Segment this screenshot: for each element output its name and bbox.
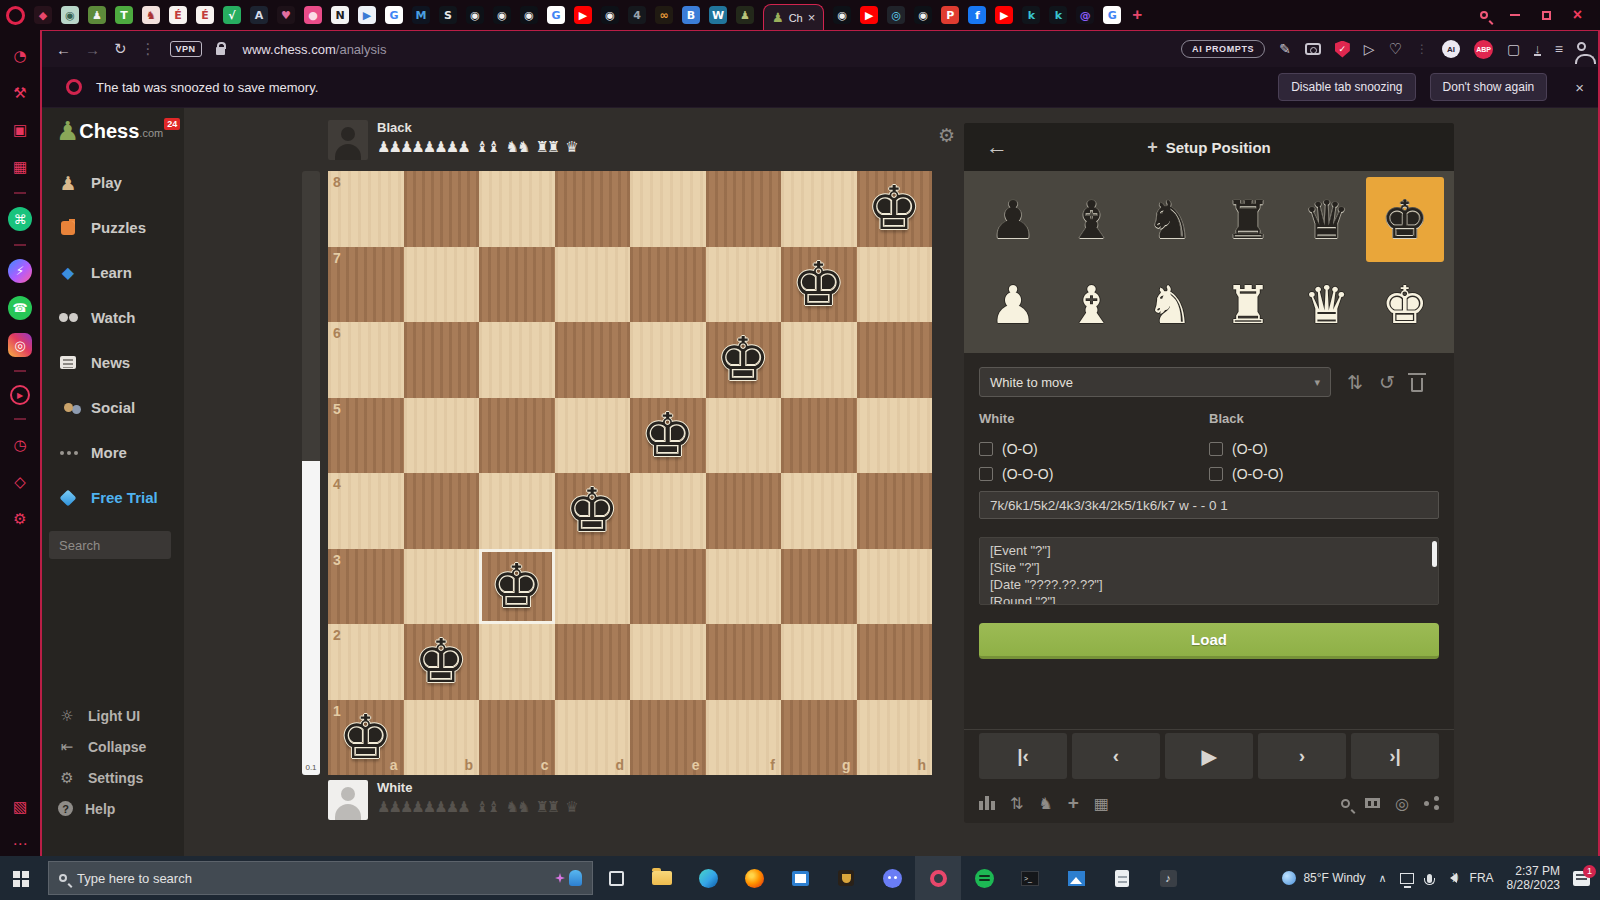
tab-favicon-youtube-1[interactable]: ▶ bbox=[574, 6, 592, 24]
taskbar-search-placeholder: Type here to search bbox=[77, 871, 192, 886]
square-e6[interactable] bbox=[630, 322, 706, 398]
cleaner-icon[interactable] bbox=[8, 81, 32, 105]
window-close-button[interactable]: × bbox=[1573, 6, 1582, 24]
square-f2[interactable] bbox=[706, 624, 782, 700]
pieces-icon[interactable] bbox=[1038, 794, 1052, 813]
taskview-icon bbox=[609, 871, 624, 886]
send-icon[interactable]: ▷ bbox=[1364, 41, 1375, 57]
sidebar-item-news[interactable]: News bbox=[42, 340, 184, 385]
square-a3[interactable]: 3 bbox=[328, 549, 404, 625]
captured-pieces-group: ♜♜ bbox=[535, 798, 558, 816]
square-e1[interactable]: e bbox=[630, 700, 706, 776]
tab-favicon-google-3[interactable]: G bbox=[1103, 6, 1121, 24]
sparkle-icon bbox=[555, 873, 565, 883]
reset-position-icon[interactable]: ↺ bbox=[1379, 371, 1395, 393]
speaker-icon[interactable] bbox=[1445, 873, 1457, 883]
square-h2[interactable] bbox=[857, 624, 933, 700]
sidebar-item-more[interactable]: More bbox=[42, 430, 184, 475]
square-b5[interactable] bbox=[404, 398, 480, 474]
square-d7[interactable] bbox=[555, 247, 631, 323]
pgn-scrollbar-thumb[interactable] bbox=[1432, 541, 1437, 567]
tab-favicon-gamepad[interactable]: ◆ bbox=[34, 6, 52, 24]
forward-icon[interactable]: → bbox=[85, 41, 100, 58]
sidebar-item-play[interactable]: Play bbox=[42, 160, 184, 205]
sidebar-search-input[interactable]: Search bbox=[49, 531, 171, 559]
black-king[interactable]: ♚ bbox=[479, 549, 555, 625]
snapshot-icon[interactable] bbox=[1305, 43, 1321, 55]
share-icon[interactable] bbox=[1424, 796, 1439, 810]
bookmark-heart-icon[interactable]: ♡ bbox=[1389, 40, 1402, 58]
first-move-button[interactable]: |‹ bbox=[979, 733, 1067, 779]
white-player-name: White bbox=[377, 780, 577, 796]
zoom-icon[interactable] bbox=[1341, 799, 1350, 808]
taskbar-app-folder[interactable] bbox=[639, 856, 685, 900]
square-h3[interactable] bbox=[857, 549, 933, 625]
window-minimize-button[interactable] bbox=[1510, 14, 1520, 16]
gear-icon[interactable] bbox=[8, 507, 32, 531]
start-button[interactable] bbox=[0, 856, 48, 900]
pinboard-icon[interactable]: ✎ bbox=[1279, 41, 1291, 57]
toolbar-dots-icon[interactable]: ⋮ bbox=[141, 40, 156, 58]
sidebar-item-freetrial[interactable]: Free Trial bbox=[42, 475, 184, 520]
twitch-icon[interactable] bbox=[8, 118, 32, 142]
back-icon[interactable]: ← bbox=[56, 41, 71, 58]
notification-text: The tab was snoozed to save memory. bbox=[96, 80, 318, 95]
square-c5[interactable] bbox=[479, 398, 555, 474]
help-icon bbox=[58, 801, 73, 816]
box-icon[interactable] bbox=[8, 470, 32, 494]
tab-favicon-github-5[interactable]: ◉ bbox=[833, 6, 851, 24]
black-king[interactable]: ♚ bbox=[555, 473, 631, 549]
black-king[interactable]: ♚ bbox=[404, 624, 480, 700]
black-castling-column: Black (O-O)(O-O-O) bbox=[1209, 411, 1439, 486]
clock-icon[interactable] bbox=[8, 433, 32, 457]
browser-tab-strip: ◆◉♟T♞ÉÉ√A♥●N▶GMS◉◉◉G▶◉4∞BW♟ ♟ Ch × ◉▶◎◉P… bbox=[0, 0, 1600, 30]
store-icon bbox=[792, 871, 809, 886]
clock-date: 8/28/2023 bbox=[1507, 878, 1560, 892]
square-d1[interactable]: d bbox=[555, 700, 631, 776]
square-d6[interactable] bbox=[555, 322, 631, 398]
pgn-textarea[interactable]: [Event "?"] [Site "?"] [Date "????.??.??… bbox=[979, 537, 1439, 605]
logo-badge: 24 bbox=[164, 118, 180, 130]
clear-board-trash-icon[interactable] bbox=[1411, 378, 1423, 392]
panel-title-wrap: +Setup Position bbox=[964, 137, 1454, 158]
sidebar-item-label: Social bbox=[91, 399, 135, 416]
square-c8[interactable] bbox=[479, 171, 555, 247]
tab-favicon-github-3[interactable]: ◉ bbox=[520, 6, 538, 24]
tab-favicon-notion[interactable]: N bbox=[331, 6, 349, 24]
tab-favicon-a-paren[interactable]: A bbox=[250, 6, 268, 24]
boards-icon[interactable] bbox=[1094, 794, 1109, 813]
network-icon[interactable] bbox=[1400, 873, 1414, 884]
black-castle-checkbox-1[interactable] bbox=[1209, 467, 1223, 481]
square-b3[interactable] bbox=[404, 549, 480, 625]
square-e2[interactable] bbox=[630, 624, 706, 700]
target-icon[interactable] bbox=[1395, 794, 1409, 813]
microphone-icon[interactable] bbox=[1427, 874, 1432, 883]
castle-option-label: (O-O-O) bbox=[1002, 466, 1053, 482]
sidebar-footer-help[interactable]: Help bbox=[42, 793, 184, 824]
black-castle-checkbox-0[interactable] bbox=[1209, 442, 1223, 456]
black-king[interactable]: ♚ bbox=[781, 247, 857, 323]
active-tab-label: Ch bbox=[789, 12, 803, 24]
play-icon bbox=[57, 172, 79, 194]
white-castle-checkbox-0[interactable] bbox=[979, 442, 993, 456]
tab-favicon-wordpress[interactable]: W bbox=[709, 6, 727, 24]
square-g4[interactable] bbox=[781, 473, 857, 549]
square-d3[interactable] bbox=[555, 549, 631, 625]
analysis-icon[interactable] bbox=[979, 796, 995, 810]
white-player-avatar[interactable] bbox=[328, 780, 368, 820]
chatgpt-icon[interactable] bbox=[8, 207, 32, 231]
settings-sliders-icon[interactable]: ≡ bbox=[1555, 41, 1563, 57]
tab-favicon-patreon[interactable]: P bbox=[941, 6, 959, 24]
tab-favicon-trello[interactable]: T bbox=[115, 6, 133, 24]
notification-center-icon[interactable]: 1 bbox=[1573, 871, 1590, 886]
tab-favicon-github-4[interactable]: ◉ bbox=[601, 6, 619, 24]
taskbar-app-terminal[interactable] bbox=[1007, 856, 1053, 900]
new-tab-button[interactable]: + bbox=[1132, 5, 1142, 25]
tab-favicon-github-2[interactable]: ◉ bbox=[493, 6, 511, 24]
tab-favicon-b-blue[interactable]: B bbox=[682, 6, 700, 24]
tab-favicon-github-1[interactable]: ◉ bbox=[466, 6, 484, 24]
toolbar-right-icons: AI PROMPTS ✎ ✓ ▷ ♡ ⋮ AI ABP ▢ ↓ ≡ bbox=[1181, 40, 1586, 59]
taskbar-app-spotify[interactable] bbox=[961, 856, 1007, 900]
sidebar-item-label: Puzzles bbox=[91, 219, 146, 236]
palette-white-rook[interactable]: ♜ bbox=[1209, 262, 1287, 347]
speedometer-icon[interactable] bbox=[8, 44, 32, 68]
square-f7[interactable] bbox=[706, 247, 782, 323]
sidebar-footer-lightui[interactable]: Light UI bbox=[42, 700, 184, 731]
browser-viewport: ← → ↻ ⋮ VPN www.chess.com/analysis AI PR… bbox=[40, 30, 1600, 856]
profile-icon[interactable] bbox=[1577, 42, 1586, 51]
sidebar-item-watch[interactable]: Watch bbox=[42, 295, 184, 340]
captured-pieces-group: ♝♝ bbox=[476, 138, 499, 156]
sidebar-item-label: Free Trial bbox=[91, 489, 158, 506]
square-g1[interactable]: g bbox=[781, 700, 857, 776]
taskbar-app-firefox[interactable] bbox=[731, 856, 777, 900]
taskbar-app-music[interactable] bbox=[1145, 856, 1191, 900]
square-h5[interactable] bbox=[857, 398, 933, 474]
palette-white-bishop[interactable]: ♝ bbox=[1052, 262, 1130, 347]
plus-icon: + bbox=[1147, 137, 1158, 157]
square-c1[interactable]: c bbox=[479, 700, 555, 776]
white-castling-label: White bbox=[979, 411, 1209, 426]
square-e8[interactable] bbox=[630, 171, 706, 247]
aria-ai-icon[interactable]: AI bbox=[1442, 40, 1460, 58]
square-d4[interactable]: ♚ bbox=[555, 473, 631, 549]
black-castle-option-0: (O-O) bbox=[1209, 436, 1439, 461]
taskbar-app-taskview[interactable] bbox=[593, 856, 639, 900]
square-a6[interactable]: 6 bbox=[328, 322, 404, 398]
square-h4[interactable] bbox=[857, 473, 933, 549]
taskbar-app-lamp[interactable] bbox=[823, 856, 869, 900]
instagram-icon[interactable] bbox=[8, 333, 32, 357]
gx-corner-icon[interactable] bbox=[8, 155, 32, 179]
panel-icons-right bbox=[1341, 794, 1439, 813]
taskbar-app-opera[interactable] bbox=[915, 856, 961, 900]
file-label-e: e bbox=[692, 757, 700, 773]
square-b4[interactable] bbox=[404, 473, 480, 549]
opera-gx-sidebar bbox=[0, 30, 40, 856]
sidebar-footer-settings[interactable]: Settings bbox=[42, 762, 184, 793]
flip-icon[interactable] bbox=[1010, 794, 1023, 813]
rank-label-8: 8 bbox=[333, 174, 341, 190]
player-icon[interactable] bbox=[10, 385, 30, 405]
square-f5[interactable] bbox=[706, 398, 782, 474]
windows-taskbar: Type here to search 85°F Windy ∧ FRA 2:3… bbox=[0, 856, 1600, 900]
terminal-icon bbox=[1021, 871, 1039, 886]
square-b6[interactable] bbox=[404, 322, 480, 398]
rail-separator bbox=[14, 370, 26, 372]
tab-favicon-youtube-2[interactable]: ▶ bbox=[860, 6, 878, 24]
tab-close-icon[interactable]: × bbox=[808, 10, 816, 25]
panel-icons-left bbox=[979, 792, 1109, 814]
tab-favicon-flower-pink[interactable]: ♥ bbox=[277, 6, 295, 24]
wallpaper-icon[interactable] bbox=[8, 795, 32, 819]
tab-favicon-chess-pawn-olive[interactable]: ♟ bbox=[736, 6, 754, 24]
chesscom-page: ♟ Chess .com 24 PlayPuzzlesLearnWatchNew… bbox=[42, 108, 1598, 856]
square-e3[interactable] bbox=[630, 549, 706, 625]
fen-input[interactable]: 7k/6k1/5k2/4k3/3k4/2k5/1k6/k7 w - - 0 1 bbox=[979, 491, 1439, 519]
vpn-badge[interactable]: VPN bbox=[170, 41, 202, 57]
square-h6[interactable] bbox=[857, 322, 933, 398]
square-b8[interactable] bbox=[404, 171, 480, 247]
load-button[interactable]: Load bbox=[979, 623, 1439, 659]
white-castle-option-1: (O-O-O) bbox=[979, 461, 1209, 486]
taskbar-search-box[interactable]: Type here to search bbox=[48, 861, 593, 895]
photos-icon bbox=[1068, 871, 1085, 886]
tab-favicon-fingerprint[interactable]: ◉ bbox=[61, 6, 79, 24]
tab-favicon-letter-e-1[interactable]: É bbox=[169, 6, 187, 24]
tab-favicon-swirl-purple[interactable]: @ bbox=[1076, 6, 1094, 24]
notification-close-icon[interactable]: × bbox=[1575, 79, 1584, 96]
palette-black-pawn[interactable]: ♟ bbox=[974, 177, 1052, 262]
previous-move-button[interactable]: ‹ bbox=[1072, 733, 1160, 779]
square-g2[interactable] bbox=[781, 624, 857, 700]
tab-favicon-chess-pawn-green[interactable]: ♟ bbox=[88, 6, 106, 24]
chesscom-pawn-icon: ♟ bbox=[56, 118, 79, 144]
white-castling-column: White (O-O)(O-O-O) bbox=[979, 411, 1209, 486]
chess-board: 8♚7♚6♚5♚4♚3♚2♚1a♚bcdefgh bbox=[328, 171, 932, 775]
sidebar-footer-collapse[interactable]: Collapse bbox=[42, 731, 184, 762]
tab-favicon-s-circle[interactable]: S bbox=[439, 6, 457, 24]
black-king[interactable]: ♚ bbox=[857, 171, 933, 247]
music-icon bbox=[1160, 870, 1177, 887]
captured-pieces-group: ♞♞ bbox=[505, 138, 528, 156]
tab-snooze-notification: The tab was snoozed to save memory. Disa… bbox=[42, 67, 1598, 108]
lightui-icon bbox=[58, 707, 76, 725]
whatsapp-icon[interactable] bbox=[8, 296, 32, 320]
chesscom-logo[interactable]: ♟ Chess .com 24 bbox=[56, 118, 180, 148]
palette-white-knight[interactable]: ♞ bbox=[1131, 262, 1209, 347]
square-g3[interactable] bbox=[781, 549, 857, 625]
file-label-g: g bbox=[842, 757, 851, 773]
square-h8[interactable]: ♚ bbox=[857, 171, 933, 247]
tab-favicon-dribbble[interactable]: ● bbox=[304, 6, 322, 24]
taskbar-app-photos[interactable] bbox=[1053, 856, 1099, 900]
weather-text: 85°F Windy bbox=[1303, 871, 1365, 885]
black-player-avatar[interactable] bbox=[328, 120, 368, 160]
add-icon[interactable] bbox=[1068, 792, 1079, 814]
file-label-f: f bbox=[770, 757, 775, 773]
square-a5[interactable]: 5 bbox=[328, 398, 404, 474]
palette-white-queen[interactable]: ♛ bbox=[1287, 262, 1365, 347]
square-b1[interactable]: b bbox=[404, 700, 480, 776]
address-bar[interactable]: www.chess.com/analysis bbox=[243, 42, 387, 57]
last-move-button[interactable]: ›| bbox=[1351, 733, 1439, 779]
square-b7[interactable] bbox=[404, 247, 480, 323]
tab-favicon-youtube-audio[interactable]: ▶ bbox=[995, 6, 1013, 24]
weather-widget[interactable]: 85°F Windy bbox=[1282, 871, 1365, 885]
extension-box-icon[interactable]: ▢ bbox=[1507, 41, 1520, 57]
shield-icon[interactable]: ✓ bbox=[1335, 41, 1350, 58]
board-settings-gear-icon[interactable]: ⚙ bbox=[938, 124, 955, 146]
square-b2[interactable]: ♚ bbox=[404, 624, 480, 700]
opera-gx-logo-icon[interactable] bbox=[6, 6, 25, 25]
square-f4[interactable] bbox=[706, 473, 782, 549]
tab-favicon-letter-e-2[interactable]: É bbox=[196, 6, 214, 24]
tab-favicon-kotlin-2[interactable]: k bbox=[1049, 6, 1067, 24]
square-d2[interactable] bbox=[555, 624, 631, 700]
evaluation-bar: 0.1 bbox=[302, 171, 320, 775]
active-tab[interactable]: ♟ Ch × bbox=[763, 4, 824, 30]
black-player-bar: Black ♟♟♟♟♟♟♟♟♝♝♞♞♜♜♛ bbox=[328, 120, 577, 160]
sidebar-item-label: News bbox=[91, 354, 130, 371]
search-box-art bbox=[555, 870, 582, 886]
palette-black-rook[interactable]: ♜ bbox=[1209, 177, 1287, 262]
taskbar-app-notepad[interactable] bbox=[1099, 856, 1145, 900]
play-button[interactable]: ▶ bbox=[1165, 733, 1253, 779]
adblock-plus-icon[interactable]: ABP bbox=[1474, 40, 1493, 59]
turn-select[interactable]: White to move ▾ bbox=[979, 367, 1331, 397]
rail-separator bbox=[14, 244, 26, 246]
black-king[interactable]: ♚ bbox=[328, 700, 404, 776]
screen: ◆◉♟T♞ÉÉ√A♥●N▶GMS◉◉◉G▶◉4∞BW♟ ♟ Ch × ◉▶◎◉P… bbox=[0, 0, 1600, 900]
square-c7[interactable] bbox=[479, 247, 555, 323]
taskbar-app-edge[interactable] bbox=[685, 856, 731, 900]
edge-icon bbox=[699, 869, 718, 888]
sidebar-item-puzzles[interactable]: Puzzles bbox=[42, 205, 184, 250]
black-king[interactable]: ♚ bbox=[706, 322, 782, 398]
square-h1[interactable]: h bbox=[857, 700, 933, 776]
system-tray: 85°F Windy ∧ FRA 2:37 PM8/28/2023 1 bbox=[1282, 864, 1600, 892]
tab-favicon-sqrt-green[interactable]: √ bbox=[223, 6, 241, 24]
captured-pieces-group: ♟♟♟♟♟♟♟♟ bbox=[377, 138, 469, 156]
tab-favicon-facebook[interactable]: f bbox=[968, 6, 986, 24]
square-d5[interactable] bbox=[555, 398, 631, 474]
messenger-icon[interactable] bbox=[8, 259, 32, 283]
sidebar-footer: Light UICollapseSettingsHelp bbox=[42, 700, 184, 824]
white-castle-checkbox-1[interactable] bbox=[979, 467, 993, 481]
square-c4[interactable] bbox=[479, 473, 555, 549]
square-a4[interactable]: 4 bbox=[328, 473, 404, 549]
language-indicator[interactable]: FRA bbox=[1470, 871, 1494, 885]
notification-badge: 1 bbox=[1583, 865, 1596, 878]
square-h7[interactable] bbox=[857, 247, 933, 323]
palette-black-bishop[interactable]: ♝ bbox=[1052, 177, 1130, 262]
square-c2[interactable] bbox=[479, 624, 555, 700]
taskbar-app-discord[interactable] bbox=[869, 856, 915, 900]
tab-favicon-kotlin-1[interactable]: k bbox=[1022, 6, 1040, 24]
tab-favicon-art-red[interactable]: ♞ bbox=[142, 6, 160, 24]
taskbar-clock[interactable]: 2:37 PM8/28/2023 bbox=[1507, 864, 1560, 892]
square-a1[interactable]: 1a♚ bbox=[328, 700, 404, 776]
square-c3[interactable]: ♚ bbox=[479, 549, 555, 625]
tray-chevron-icon[interactable]: ∧ bbox=[1379, 872, 1387, 885]
lock-icon[interactable] bbox=[216, 47, 225, 55]
square-c6[interactable] bbox=[479, 322, 555, 398]
square-f6[interactable]: ♚ bbox=[706, 322, 782, 398]
white-captured-pieces: ♟♟♟♟♟♟♟♟♝♝♞♞♜♜♛ bbox=[377, 798, 577, 816]
palette-white-pawn[interactable]: ♟ bbox=[974, 262, 1052, 347]
palette-black-queen[interactable]: ♛ bbox=[1287, 177, 1365, 262]
spotify-icon bbox=[975, 869, 994, 888]
square-g5[interactable] bbox=[781, 398, 857, 474]
square-d8[interactable] bbox=[555, 171, 631, 247]
square-a7[interactable]: 7 bbox=[328, 247, 404, 323]
tab-favicon-github-6[interactable]: ◉ bbox=[914, 6, 932, 24]
square-f8[interactable] bbox=[706, 171, 782, 247]
flip-board-icon[interactable]: ⇅ bbox=[1347, 371, 1363, 393]
sidebar-item-learn[interactable]: Learn bbox=[42, 250, 184, 295]
tab-favicon-4c-grey[interactable]: 4 bbox=[628, 6, 646, 24]
tab-favicon-react[interactable]: ◎ bbox=[887, 6, 905, 24]
window-maximize-button[interactable] bbox=[1542, 11, 1551, 20]
more-icon[interactable] bbox=[8, 832, 32, 856]
captured-pieces-group: ♟♟♟♟♟♟♟♟ bbox=[377, 798, 469, 816]
square-g8[interactable] bbox=[781, 171, 857, 247]
tab-favicon-infinity-orange[interactable]: ∞ bbox=[655, 6, 673, 24]
url-path: /analysis bbox=[336, 42, 387, 57]
tab-search-icon[interactable] bbox=[1480, 11, 1488, 19]
square-e7[interactable] bbox=[630, 247, 706, 323]
square-e5[interactable]: ♚ bbox=[630, 398, 706, 474]
palette-black-king[interactable]: ♚ bbox=[1366, 177, 1444, 262]
square-a2[interactable]: 2 bbox=[328, 624, 404, 700]
black-king[interactable]: ♚ bbox=[630, 398, 706, 474]
palette-black-knight[interactable]: ♞ bbox=[1131, 177, 1209, 262]
square-a8[interactable]: 8 bbox=[328, 171, 404, 247]
rail-separator bbox=[14, 418, 26, 420]
square-e4[interactable] bbox=[630, 473, 706, 549]
square-f3[interactable] bbox=[706, 549, 782, 625]
tab-favicon-mj-blue[interactable]: M bbox=[412, 6, 430, 24]
sidebar-footer-label: Help bbox=[85, 801, 115, 817]
tab-favicon-google-1[interactable]: G bbox=[385, 6, 403, 24]
tab-favicon-google-2[interactable]: G bbox=[547, 6, 565, 24]
rank-label-4: 4 bbox=[333, 476, 341, 492]
ai-prompts-button[interactable]: AI PROMPTS bbox=[1181, 40, 1265, 58]
downloads-icon[interactable]: ↓ bbox=[1534, 43, 1541, 56]
logo-text: Chess bbox=[79, 118, 139, 144]
disable-tab-snoozing-button[interactable]: Disable tab snoozing bbox=[1278, 73, 1415, 101]
square-g7[interactable]: ♚ bbox=[781, 247, 857, 323]
sidebar-item-social[interactable]: Social bbox=[42, 385, 184, 430]
palette-white-king[interactable]: ♚ bbox=[1366, 262, 1444, 347]
captured-pieces-group: ♞♞ bbox=[505, 798, 528, 816]
square-g6[interactable] bbox=[781, 322, 857, 398]
bank-icon[interactable] bbox=[1365, 798, 1380, 808]
dont-show-again-button[interactable]: Don't show again bbox=[1430, 73, 1548, 101]
rank-label-3: 3 bbox=[333, 552, 341, 568]
square-f1[interactable]: f bbox=[706, 700, 782, 776]
next-move-button[interactable]: › bbox=[1258, 733, 1346, 779]
tab-favicon-play-blue[interactable]: ▶ bbox=[358, 6, 376, 24]
reload-icon[interactable]: ↻ bbox=[114, 40, 127, 58]
url-host: www.chess.com bbox=[243, 42, 336, 57]
taskbar-app-store[interactable] bbox=[777, 856, 823, 900]
